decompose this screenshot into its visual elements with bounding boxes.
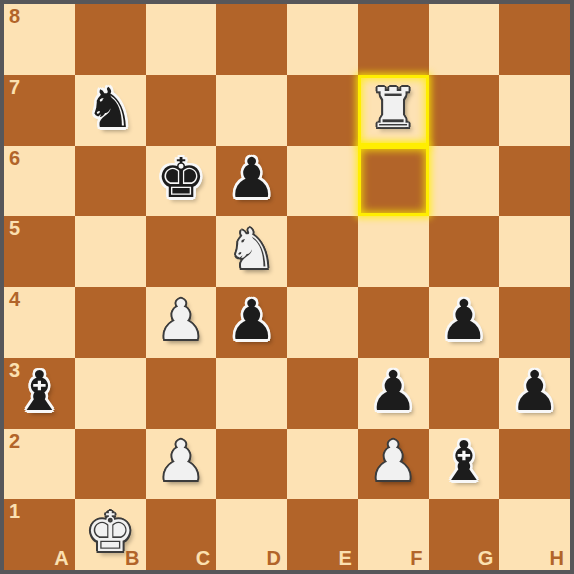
square-c6[interactable]: ♚ [146, 146, 217, 217]
square-d5[interactable]: ♞ [216, 216, 287, 287]
black-king[interactable]: ♚ [156, 151, 205, 206]
rank-label-1: 1 [9, 499, 20, 523]
square-d6[interactable]: ♟ [216, 146, 287, 217]
white-rook[interactable]: ♜ [368, 81, 417, 136]
square-b6[interactable] [75, 146, 146, 217]
file-label-e: E [338, 546, 351, 570]
square-b7[interactable]: ♞ [75, 75, 146, 146]
square-g4[interactable]: ♟ [429, 287, 500, 358]
white-pawn[interactable]: ♟ [156, 434, 205, 489]
rank-label-2: 2 [9, 429, 20, 453]
black-knight[interactable]: ♞ [85, 81, 134, 136]
square-c5[interactable] [146, 216, 217, 287]
black-pawn[interactable]: ♟ [227, 151, 276, 206]
chess-board: 87♞♜6♚♟5♞4♟♟♟3♝♟♟2♟♟♝1AB♚CDEFGH [0, 0, 574, 574]
square-f1[interactable]: F [358, 499, 429, 570]
black-pawn[interactable]: ♟ [368, 364, 417, 419]
file-label-a: A [54, 546, 68, 570]
square-f3[interactable]: ♟ [358, 358, 429, 429]
square-f2[interactable]: ♟ [358, 429, 429, 500]
square-d7[interactable] [216, 75, 287, 146]
square-d4[interactable]: ♟ [216, 287, 287, 358]
square-e2[interactable] [287, 429, 358, 500]
square-d1[interactable]: D [216, 499, 287, 570]
square-g3[interactable] [429, 358, 500, 429]
rank-label-6: 6 [9, 146, 20, 170]
square-e6[interactable] [287, 146, 358, 217]
square-b3[interactable] [75, 358, 146, 429]
rank-label-5: 5 [9, 216, 20, 240]
square-h6[interactable] [499, 146, 570, 217]
black-pawn[interactable]: ♟ [439, 293, 488, 348]
square-f8[interactable] [358, 4, 429, 75]
square-c2[interactable]: ♟ [146, 429, 217, 500]
square-f4[interactable] [358, 287, 429, 358]
chess-board-grid: 87♞♜6♚♟5♞4♟♟♟3♝♟♟2♟♟♝1AB♚CDEFGH [4, 4, 570, 570]
square-h5[interactable] [499, 216, 570, 287]
square-a4[interactable]: 4 [4, 287, 75, 358]
square-b2[interactable] [75, 429, 146, 500]
square-h7[interactable] [499, 75, 570, 146]
file-label-h: H [550, 546, 564, 570]
black-pawn[interactable]: ♟ [510, 364, 559, 419]
square-g2[interactable]: ♝ [429, 429, 500, 500]
square-h8[interactable] [499, 4, 570, 75]
black-bishop[interactable]: ♝ [439, 434, 488, 489]
square-c8[interactable] [146, 4, 217, 75]
square-g6[interactable] [429, 146, 500, 217]
square-c3[interactable] [146, 358, 217, 429]
square-g5[interactable] [429, 216, 500, 287]
rank-label-8: 8 [9, 4, 20, 28]
square-f7[interactable]: ♜ [358, 75, 429, 146]
square-f5[interactable] [358, 216, 429, 287]
square-b8[interactable] [75, 4, 146, 75]
square-g7[interactable] [429, 75, 500, 146]
square-e1[interactable]: E [287, 499, 358, 570]
square-b4[interactable] [75, 287, 146, 358]
file-label-f: F [410, 546, 422, 570]
file-label-d: D [267, 546, 281, 570]
square-a6[interactable]: 6 [4, 146, 75, 217]
square-e8[interactable] [287, 4, 358, 75]
square-a1[interactable]: 1A [4, 499, 75, 570]
square-g1[interactable]: G [429, 499, 500, 570]
square-a3[interactable]: 3♝ [4, 358, 75, 429]
square-d8[interactable] [216, 4, 287, 75]
square-e7[interactable] [287, 75, 358, 146]
square-h2[interactable] [499, 429, 570, 500]
file-label-c: C [196, 546, 210, 570]
white-pawn[interactable]: ♟ [156, 293, 205, 348]
square-e4[interactable] [287, 287, 358, 358]
square-d3[interactable] [216, 358, 287, 429]
square-e3[interactable] [287, 358, 358, 429]
square-a5[interactable]: 5 [4, 216, 75, 287]
square-b1[interactable]: B♚ [75, 499, 146, 570]
square-b5[interactable] [75, 216, 146, 287]
square-h4[interactable] [499, 287, 570, 358]
black-pawn[interactable]: ♟ [227, 293, 276, 348]
black-bishop[interactable]: ♝ [15, 364, 64, 419]
square-g8[interactable] [429, 4, 500, 75]
square-h3[interactable]: ♟ [499, 358, 570, 429]
rank-label-4: 4 [9, 287, 20, 311]
square-f6[interactable] [358, 146, 429, 217]
square-h1[interactable]: H [499, 499, 570, 570]
square-c1[interactable]: C [146, 499, 217, 570]
white-knight[interactable]: ♞ [227, 222, 276, 277]
square-a2[interactable]: 2 [4, 429, 75, 500]
white-pawn[interactable]: ♟ [368, 434, 417, 489]
square-c4[interactable]: ♟ [146, 287, 217, 358]
white-king[interactable]: ♚ [85, 505, 134, 560]
square-a7[interactable]: 7 [4, 75, 75, 146]
square-c7[interactable] [146, 75, 217, 146]
square-a8[interactable]: 8 [4, 4, 75, 75]
square-d2[interactable] [216, 429, 287, 500]
file-label-g: G [478, 546, 494, 570]
rank-label-7: 7 [9, 75, 20, 99]
square-e5[interactable] [287, 216, 358, 287]
